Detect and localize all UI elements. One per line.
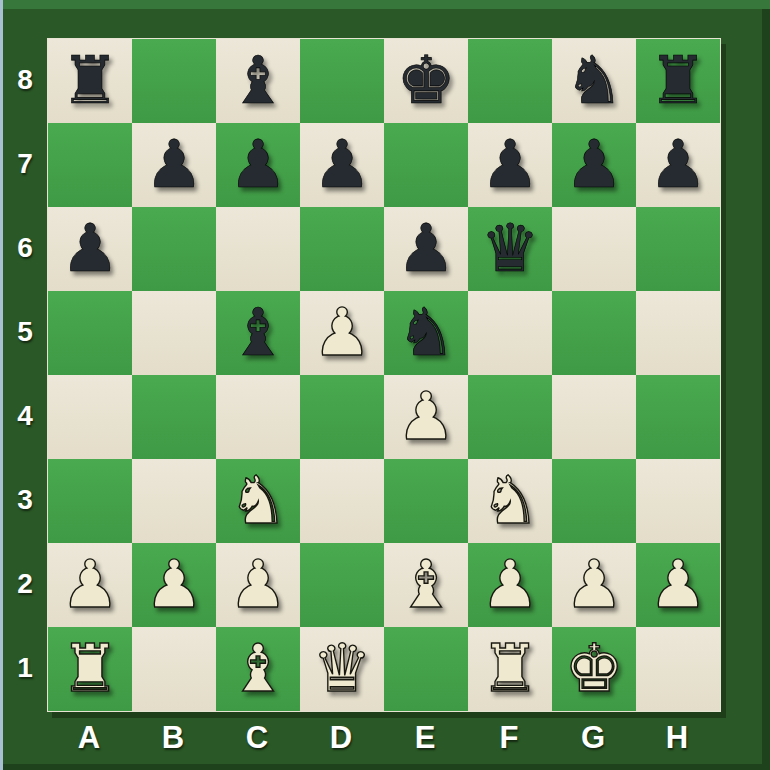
square-a1[interactable]: ♜ <box>48 627 132 711</box>
square-e2[interactable]: ♝ <box>384 543 468 627</box>
rank-label-8: 8 <box>3 38 47 122</box>
file-label-g: G <box>551 710 635 766</box>
file-label-a: A <box>47 710 131 766</box>
black-pawn[interactable]: ♟ <box>60 216 119 282</box>
square-g3[interactable] <box>552 459 636 543</box>
black-queen[interactable]: ♛ <box>480 216 539 282</box>
square-c4[interactable] <box>216 375 300 459</box>
white-bishop[interactable]: ♝ <box>396 552 455 618</box>
square-d8[interactable] <box>300 39 384 123</box>
white-knight[interactable]: ♞ <box>480 468 539 534</box>
square-b8[interactable] <box>132 39 216 123</box>
square-c8[interactable]: ♝ <box>216 39 300 123</box>
white-rook[interactable]: ♜ <box>480 636 539 702</box>
square-h5[interactable] <box>636 291 720 375</box>
file-label-b: B <box>131 710 215 766</box>
file-labels: A B C D E F G H <box>47 710 719 766</box>
square-g8[interactable]: ♞ <box>552 39 636 123</box>
square-a6[interactable]: ♟ <box>48 207 132 291</box>
square-h7[interactable]: ♟ <box>636 123 720 207</box>
black-knight[interactable]: ♞ <box>564 48 623 114</box>
rank-label-6: 6 <box>3 206 47 290</box>
square-e4[interactable]: ♟ <box>384 375 468 459</box>
square-a7[interactable] <box>48 123 132 207</box>
square-a3[interactable] <box>48 459 132 543</box>
black-pawn[interactable]: ♟ <box>648 132 707 198</box>
square-d3[interactable] <box>300 459 384 543</box>
square-f3[interactable]: ♞ <box>468 459 552 543</box>
black-pawn[interactable]: ♟ <box>396 216 455 282</box>
square-c1[interactable]: ♝ <box>216 627 300 711</box>
square-d6[interactable] <box>300 207 384 291</box>
black-pawn[interactable]: ♟ <box>228 132 287 198</box>
rank-label-2: 2 <box>3 542 47 626</box>
file-label-c: C <box>215 710 299 766</box>
square-d4[interactable] <box>300 375 384 459</box>
square-c5[interactable]: ♝ <box>216 291 300 375</box>
white-king[interactable]: ♚ <box>564 636 623 702</box>
square-e5[interactable]: ♞ <box>384 291 468 375</box>
square-d1[interactable]: ♛ <box>300 627 384 711</box>
square-a5[interactable] <box>48 291 132 375</box>
board-frame: 8 7 6 5 4 3 2 1 ♜♝♚♞♜♟♟♟♟♟♟♟♟♛♝♟♞♟♞♞♟♟♟♝… <box>0 0 770 770</box>
white-pawn[interactable]: ♟ <box>648 552 707 618</box>
rank-label-3: 3 <box>3 458 47 542</box>
square-a4[interactable] <box>48 375 132 459</box>
square-d5[interactable]: ♟ <box>300 291 384 375</box>
white-rook[interactable]: ♜ <box>60 636 119 702</box>
white-pawn[interactable]: ♟ <box>144 552 203 618</box>
black-rook[interactable]: ♜ <box>60 48 119 114</box>
square-h3[interactable] <box>636 459 720 543</box>
rank-label-5: 5 <box>3 290 47 374</box>
square-e1[interactable] <box>384 627 468 711</box>
rank-label-7: 7 <box>3 122 47 206</box>
square-c3[interactable]: ♞ <box>216 459 300 543</box>
square-c7[interactable]: ♟ <box>216 123 300 207</box>
black-bishop[interactable]: ♝ <box>228 48 287 114</box>
black-pawn[interactable]: ♟ <box>564 132 623 198</box>
square-g4[interactable] <box>552 375 636 459</box>
chess-board: ♜♝♚♞♜♟♟♟♟♟♟♟♟♛♝♟♞♟♞♞♟♟♟♝♟♟♟♜♝♛♜♚ <box>47 38 721 712</box>
square-b7[interactable]: ♟ <box>132 123 216 207</box>
file-label-d: D <box>299 710 383 766</box>
square-h1[interactable] <box>636 627 720 711</box>
square-g6[interactable] <box>552 207 636 291</box>
white-queen[interactable]: ♛ <box>312 636 371 702</box>
rank-labels: 8 7 6 5 4 3 2 1 <box>3 38 47 710</box>
file-label-e: E <box>383 710 467 766</box>
file-label-h: H <box>635 710 719 766</box>
black-pawn[interactable]: ♟ <box>480 132 539 198</box>
square-b3[interactable] <box>132 459 216 543</box>
file-label-f: F <box>467 710 551 766</box>
square-f2[interactable]: ♟ <box>468 543 552 627</box>
white-pawn[interactable]: ♟ <box>564 552 623 618</box>
square-b2[interactable]: ♟ <box>132 543 216 627</box>
square-g2[interactable]: ♟ <box>552 543 636 627</box>
square-f4[interactable] <box>468 375 552 459</box>
square-b5[interactable] <box>132 291 216 375</box>
square-f7[interactable]: ♟ <box>468 123 552 207</box>
square-g7[interactable]: ♟ <box>552 123 636 207</box>
black-king[interactable]: ♚ <box>396 48 455 114</box>
square-h8[interactable]: ♜ <box>636 39 720 123</box>
square-c2[interactable]: ♟ <box>216 543 300 627</box>
square-b4[interactable] <box>132 375 216 459</box>
square-g1[interactable]: ♚ <box>552 627 636 711</box>
rank-label-4: 4 <box>3 374 47 458</box>
rank-label-1: 1 <box>3 626 47 710</box>
square-d7[interactable]: ♟ <box>300 123 384 207</box>
white-pawn[interactable]: ♟ <box>60 552 119 618</box>
square-h6[interactable] <box>636 207 720 291</box>
white-pawn[interactable]: ♟ <box>396 384 455 450</box>
square-f8[interactable] <box>468 39 552 123</box>
square-f5[interactable] <box>468 291 552 375</box>
square-d2[interactable] <box>300 543 384 627</box>
square-f6[interactable]: ♛ <box>468 207 552 291</box>
square-e8[interactable]: ♚ <box>384 39 468 123</box>
square-a2[interactable]: ♟ <box>48 543 132 627</box>
white-pawn[interactable]: ♟ <box>312 300 371 366</box>
white-pawn[interactable]: ♟ <box>480 552 539 618</box>
square-e7[interactable] <box>384 123 468 207</box>
white-bishop[interactable]: ♝ <box>228 636 287 702</box>
square-h2[interactable]: ♟ <box>636 543 720 627</box>
square-f1[interactable]: ♜ <box>468 627 552 711</box>
black-pawn[interactable]: ♟ <box>144 132 203 198</box>
black-pawn[interactable]: ♟ <box>312 132 371 198</box>
black-bishop[interactable]: ♝ <box>228 300 287 366</box>
square-b6[interactable] <box>132 207 216 291</box>
square-e6[interactable]: ♟ <box>384 207 468 291</box>
square-b1[interactable] <box>132 627 216 711</box>
square-g5[interactable] <box>552 291 636 375</box>
black-knight[interactable]: ♞ <box>396 300 455 366</box>
square-h4[interactable] <box>636 375 720 459</box>
white-pawn[interactable]: ♟ <box>228 552 287 618</box>
square-c6[interactable] <box>216 207 300 291</box>
square-a8[interactable]: ♜ <box>48 39 132 123</box>
square-e3[interactable] <box>384 459 468 543</box>
white-knight[interactable]: ♞ <box>228 468 287 534</box>
black-rook[interactable]: ♜ <box>648 48 707 114</box>
